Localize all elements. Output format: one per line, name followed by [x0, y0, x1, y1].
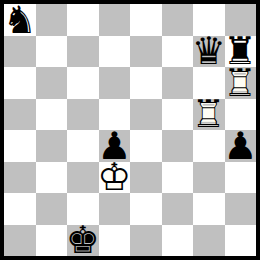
square-c7[interactable]: [67, 36, 99, 68]
black-rook-icon: ♜: [225, 36, 257, 68]
square-g3[interactable]: [193, 162, 225, 194]
white-rook-icon: ♜♖: [225, 67, 257, 99]
square-e2[interactable]: [130, 193, 162, 225]
square-f7[interactable]: [162, 36, 194, 68]
square-d5[interactable]: [99, 99, 131, 131]
black-king-icon: ♚: [67, 225, 99, 257]
square-b1[interactable]: [36, 225, 68, 257]
square-b2[interactable]: [36, 193, 68, 225]
square-g7[interactable]: ♛: [193, 36, 225, 68]
square-b7[interactable]: [36, 36, 68, 68]
square-d3[interactable]: ♚♔: [99, 162, 131, 194]
square-f5[interactable]: [162, 99, 194, 131]
square-f6[interactable]: [162, 67, 194, 99]
square-g6[interactable]: [193, 67, 225, 99]
black-pawn-icon: ♟: [225, 130, 257, 162]
square-e7[interactable]: [130, 36, 162, 68]
square-f4[interactable]: [162, 130, 194, 162]
square-d8[interactable]: [99, 4, 131, 36]
square-a4[interactable]: [4, 130, 36, 162]
square-b5[interactable]: [36, 99, 68, 131]
square-f1[interactable]: [162, 225, 194, 257]
black-pawn-icon: ♟: [99, 130, 131, 162]
square-a3[interactable]: [4, 162, 36, 194]
square-c4[interactable]: [67, 130, 99, 162]
black-knight-icon: ♞: [4, 4, 36, 36]
square-d4[interactable]: ♟: [99, 130, 131, 162]
square-h1[interactable]: [225, 225, 257, 257]
square-a7[interactable]: [4, 36, 36, 68]
square-f3[interactable]: [162, 162, 194, 194]
square-c1[interactable]: ♚: [67, 225, 99, 257]
square-e6[interactable]: [130, 67, 162, 99]
square-e3[interactable]: [130, 162, 162, 194]
square-a8[interactable]: ♞: [4, 4, 36, 36]
square-d1[interactable]: [99, 225, 131, 257]
square-c6[interactable]: [67, 67, 99, 99]
square-g8[interactable]: [193, 4, 225, 36]
square-h4[interactable]: ♟: [225, 130, 257, 162]
square-b8[interactable]: [36, 4, 68, 36]
square-g2[interactable]: [193, 193, 225, 225]
square-h5[interactable]: [225, 99, 257, 131]
square-c5[interactable]: [67, 99, 99, 131]
square-c8[interactable]: [67, 4, 99, 36]
square-e1[interactable]: [130, 225, 162, 257]
square-c2[interactable]: [67, 193, 99, 225]
square-f8[interactable]: [162, 4, 194, 36]
square-d7[interactable]: [99, 36, 131, 68]
square-g4[interactable]: [193, 130, 225, 162]
square-a2[interactable]: [4, 193, 36, 225]
square-h3[interactable]: [225, 162, 257, 194]
square-h8[interactable]: [225, 4, 257, 36]
black-queen-icon: ♛: [193, 36, 225, 68]
white-rook-icon: ♜♖: [193, 99, 225, 131]
square-f2[interactable]: [162, 193, 194, 225]
square-a1[interactable]: [4, 225, 36, 257]
square-c3[interactable]: [67, 162, 99, 194]
square-h6[interactable]: ♜♖: [225, 67, 257, 99]
square-e4[interactable]: [130, 130, 162, 162]
square-g5[interactable]: ♜♖: [193, 99, 225, 131]
square-g1[interactable]: [193, 225, 225, 257]
square-a6[interactable]: [4, 67, 36, 99]
square-b3[interactable]: [36, 162, 68, 194]
square-e5[interactable]: [130, 99, 162, 131]
square-a5[interactable]: [4, 99, 36, 131]
square-b6[interactable]: [36, 67, 68, 99]
square-b4[interactable]: [36, 130, 68, 162]
white-king-icon: ♚♔: [99, 162, 131, 194]
square-d2[interactable]: [99, 193, 131, 225]
square-h2[interactable]: [225, 193, 257, 225]
square-h7[interactable]: ♜: [225, 36, 257, 68]
chess-board: ♞♛♜♜♖♜♖♟♟♚♔♚: [0, 0, 260, 260]
square-d6[interactable]: [99, 67, 131, 99]
square-e8[interactable]: [130, 4, 162, 36]
